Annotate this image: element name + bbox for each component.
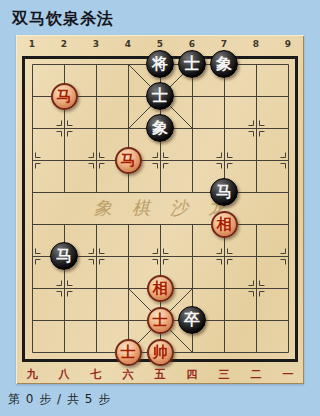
- move-counter: 第 0 步 / 共 5 步: [8, 391, 320, 408]
- file-label: 一: [272, 369, 304, 380]
- file-label: 六: [112, 369, 144, 380]
- file-label: 七: [80, 369, 112, 380]
- piece-black-6-0[interactable]: 士: [178, 50, 206, 78]
- piece-black-6-8[interactable]: 卒: [178, 306, 206, 334]
- piece-red-4-3[interactable]: 马: [115, 147, 142, 174]
- piece-red-5-9[interactable]: 帅: [147, 339, 174, 366]
- file-label: 五: [144, 369, 176, 380]
- file-label: 八: [48, 369, 80, 380]
- piece-black-2-6[interactable]: 马: [50, 242, 78, 270]
- page-title: 双马饮泉杀法: [0, 0, 320, 30]
- piece-black-5-2[interactable]: 象: [146, 114, 174, 142]
- piece-red-2-1[interactable]: 马: [51, 83, 78, 110]
- app-canvas: 双马饮泉杀法 123456789 象棋沙龙 将士象马士象马马相马相士卒士帅 九八…: [0, 0, 320, 408]
- piece-black-7-4[interactable]: 马: [210, 178, 238, 206]
- piece-red-5-8[interactable]: 士: [147, 307, 174, 334]
- file-label: 三: [208, 369, 240, 380]
- piece-red-4-9[interactable]: 士: [115, 339, 142, 366]
- piece-black-5-0[interactable]: 将: [146, 50, 174, 78]
- file-label: 二: [240, 369, 272, 380]
- bottom-file-labels: 九八七六五四三二一: [16, 369, 304, 380]
- piece-black-7-0[interactable]: 象: [210, 50, 238, 78]
- piece-black-5-1[interactable]: 士: [146, 82, 174, 110]
- pieces-layer: 将士象马士象马马相马相士卒士帅: [16, 48, 304, 368]
- piece-red-7-5[interactable]: 相: [211, 211, 238, 238]
- xiangqi-board: 123456789 象棋沙龙 将士象马士象马马相马相士卒士帅 九八七六五四三二一: [16, 35, 304, 384]
- file-label: 四: [176, 369, 208, 380]
- file-label: 九: [16, 369, 48, 380]
- piece-red-5-7[interactable]: 相: [147, 275, 174, 302]
